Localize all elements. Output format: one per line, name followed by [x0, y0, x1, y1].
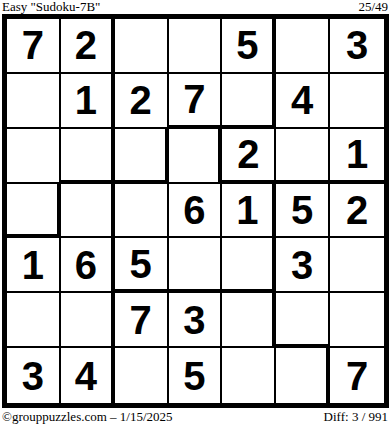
- cell-r6c6[interactable]: [276, 293, 330, 348]
- cell-r7c2[interactable]: 4: [61, 348, 115, 403]
- cell-r4c6[interactable]: 5: [276, 184, 330, 239]
- given-digit: 5: [236, 25, 258, 65]
- given-digit: 3: [346, 25, 368, 65]
- cell-r5c6[interactable]: 3: [276, 238, 330, 293]
- given-digit: 7: [22, 25, 44, 65]
- cell-r1c7[interactable]: 3: [330, 19, 384, 74]
- cell-r3c4[interactable]: [169, 129, 223, 184]
- given-digit: 2: [130, 80, 152, 120]
- given-digit: 7: [346, 356, 368, 396]
- cell-r7c1[interactable]: 3: [7, 348, 61, 403]
- cell-r2c1[interactable]: [7, 74, 61, 129]
- cell-r1c5[interactable]: 5: [222, 19, 276, 74]
- cell-r7c6[interactable]: [276, 348, 330, 403]
- cell-r3c7[interactable]: 1: [330, 129, 384, 184]
- cell-r6c1[interactable]: [7, 293, 61, 348]
- puzzle-title: Easy "Sudoku-7B": [2, 0, 100, 14]
- cell-r2c7[interactable]: [330, 74, 384, 129]
- cell-r4c4[interactable]: 6: [169, 184, 223, 239]
- cell-r6c4[interactable]: 3: [169, 293, 223, 348]
- cell-r2c5[interactable]: [222, 74, 276, 129]
- cell-r4c1[interactable]: [7, 184, 61, 239]
- cell-r1c4[interactable]: [169, 19, 223, 74]
- difficulty-text: Diff: 3 / 991: [324, 409, 388, 424]
- cell-r3c3[interactable]: [115, 129, 169, 184]
- given-digit: 6: [183, 190, 205, 230]
- cell-r5c5[interactable]: [222, 238, 276, 293]
- cell-r2c3[interactable]: 2: [115, 74, 169, 129]
- given-digit: 1: [22, 245, 44, 285]
- cell-r4c3[interactable]: [115, 184, 169, 239]
- given-digit: 2: [237, 134, 259, 174]
- given-digit: 5: [183, 356, 205, 396]
- given-digit: 1: [346, 134, 368, 174]
- cell-r2c4[interactable]: 7: [169, 74, 223, 129]
- given-digit: 6: [75, 245, 97, 285]
- footer: ©grouppuzzles.com – 1/15/2025 Diff: 3 / …: [2, 409, 388, 425]
- header: Easy "Sudoku-7B" 25/49: [2, 0, 388, 14]
- given-digit: 3: [183, 300, 205, 340]
- cell-r7c4[interactable]: 5: [169, 348, 223, 403]
- given-digit: 3: [22, 356, 44, 396]
- cell-r2c2[interactable]: 1: [61, 74, 115, 129]
- cell-r3c1[interactable]: [7, 129, 61, 184]
- cell-r7c5[interactable]: [222, 348, 276, 403]
- given-digit: 5: [130, 244, 152, 284]
- cell-r4c5[interactable]: 1: [222, 184, 276, 239]
- cell-r3c2[interactable]: [61, 129, 115, 184]
- cell-r1c6[interactable]: [276, 19, 330, 74]
- given-digit: 2: [75, 25, 97, 65]
- cell-r6c5[interactable]: [222, 293, 276, 348]
- cell-r6c3[interactable]: 7: [115, 293, 169, 348]
- cell-r1c3[interactable]: [115, 19, 169, 74]
- cell-r4c7[interactable]: 2: [330, 184, 384, 239]
- given-digit: 3: [291, 245, 313, 285]
- cell-r7c3[interactable]: [115, 348, 169, 403]
- cell-r5c1[interactable]: 1: [7, 238, 61, 293]
- given-digit: 2: [346, 190, 368, 230]
- given-digit: 7: [130, 300, 152, 340]
- cell-r5c4[interactable]: [169, 238, 223, 293]
- cell-r6c7[interactable]: [330, 293, 384, 348]
- cell-r3c6[interactable]: [276, 129, 330, 184]
- cell-r6c2[interactable]: [61, 293, 115, 348]
- cell-r1c1[interactable]: 7: [7, 19, 61, 74]
- cell-r5c7[interactable]: [330, 238, 384, 293]
- copyright-text: ©grouppuzzles.com – 1/15/2025: [2, 409, 173, 424]
- cell-r7c7[interactable]: 7: [330, 348, 384, 403]
- given-digit: 1: [75, 80, 97, 120]
- cell-r5c2[interactable]: 6: [61, 238, 115, 293]
- cell-r3c5[interactable]: 2: [222, 129, 276, 184]
- given-digit: 4: [75, 356, 97, 396]
- puzzle-counter: 25/49: [358, 0, 388, 14]
- given-digit: 5: [291, 190, 313, 230]
- cell-r2c6[interactable]: 4: [276, 74, 330, 129]
- cell-r1c2[interactable]: 2: [61, 19, 115, 74]
- sudoku-board: 725312742161521653733457: [2, 14, 389, 408]
- cell-r5c3[interactable]: 5: [115, 238, 169, 293]
- cell-r4c2[interactable]: [61, 184, 115, 239]
- given-digit: 4: [291, 80, 313, 120]
- given-digit: 1: [236, 190, 258, 230]
- given-digit: 7: [183, 79, 205, 119]
